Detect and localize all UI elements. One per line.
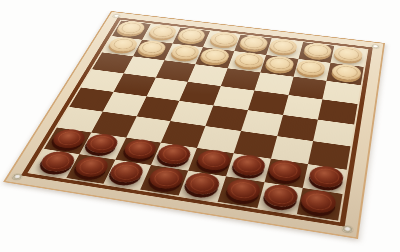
- checkers-mat: [3, 11, 385, 239]
- checker-piece-dark[interactable]: [224, 177, 263, 203]
- checker-piece-light[interactable]: [264, 55, 296, 73]
- checker-piece-dark[interactable]: [261, 183, 299, 209]
- checkers-board-grid: [30, 21, 367, 221]
- checker-piece-dark[interactable]: [146, 166, 186, 191]
- checker-piece-dark[interactable]: [266, 158, 303, 183]
- board-trim-frame: [21, 17, 373, 226]
- checker-piece-light[interactable]: [333, 45, 363, 62]
- checker-piece-dark[interactable]: [106, 160, 146, 185]
- checker-piece-light[interactable]: [268, 38, 299, 55]
- checker-piece-dark[interactable]: [82, 132, 121, 155]
- photo-stage: [0, 0, 400, 252]
- square-r8c7[interactable]: [257, 182, 303, 214]
- checker-piece-light[interactable]: [199, 47, 231, 64]
- checker-piece-light[interactable]: [169, 43, 202, 60]
- checker-piece-light[interactable]: [233, 51, 265, 69]
- checker-piece-light[interactable]: [176, 27, 208, 43]
- checker-piece-dark[interactable]: [230, 153, 267, 177]
- checker-piece-dark[interactable]: [308, 164, 345, 189]
- checker-piece-dark[interactable]: [195, 148, 233, 172]
- checker-piece-light[interactable]: [209, 31, 240, 47]
- checker-piece-light[interactable]: [136, 39, 169, 56]
- square-r8c8[interactable]: [297, 188, 342, 220]
- checker-piece-dark[interactable]: [155, 142, 193, 165]
- checker-piece-dark[interactable]: [182, 171, 221, 197]
- checker-piece-light[interactable]: [295, 59, 326, 77]
- corner-grommet-icon: [11, 173, 24, 181]
- checker-piece-light[interactable]: [115, 20, 147, 36]
- checker-piece-light[interactable]: [331, 63, 362, 81]
- corner-grommet-icon: [342, 225, 354, 234]
- checker-piece-dark[interactable]: [299, 188, 337, 215]
- checker-piece-light[interactable]: [302, 42, 332, 59]
- checker-piece-light[interactable]: [238, 34, 269, 51]
